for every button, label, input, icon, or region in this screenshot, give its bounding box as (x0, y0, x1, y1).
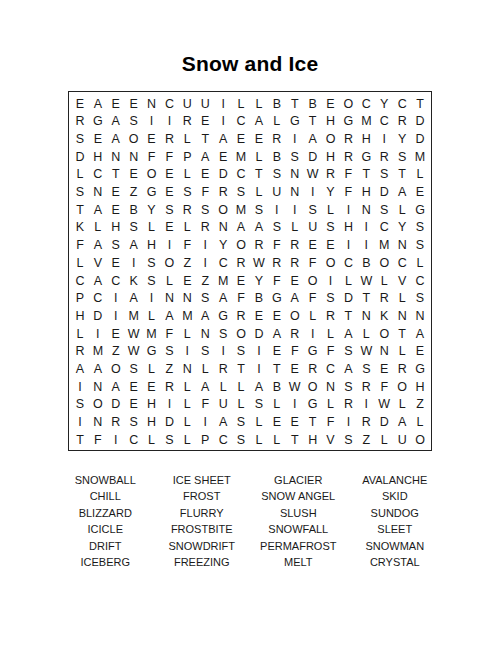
grid-cell-r4c9[interactable]: E (214, 148, 232, 166)
grid-cell-r5c8[interactable]: E (196, 166, 214, 184)
grid-cell-r10c16[interactable]: C (339, 254, 357, 272)
grid-cell-r5c16[interactable]: F (339, 166, 357, 184)
grid-cell-r12c13[interactable]: A (286, 290, 304, 308)
grid-cell-r2c7[interactable]: R (178, 113, 196, 131)
grid-cell-r10c13[interactable]: R (286, 254, 304, 272)
grid-cell-r17c2[interactable]: N (89, 378, 107, 396)
grid-cell-r5c17[interactable]: T (357, 166, 375, 184)
grid-cell-r16c2[interactable]: A (89, 361, 107, 379)
grid-cell-r7c5[interactable]: Y (143, 201, 161, 219)
grid-cell-r15c15[interactable]: F (322, 343, 340, 361)
grid-cell-r19c8[interactable]: I (196, 414, 214, 432)
grid-cell-r6c8[interactable]: F (196, 184, 214, 202)
grid-cell-r14c8[interactable]: N (196, 325, 214, 343)
grid-cell-r18c3[interactable]: D (107, 396, 125, 414)
grid-cell-r4c18[interactable]: R (375, 148, 393, 166)
grid-cell-r11c8[interactable]: Z (196, 272, 214, 290)
grid-cell-r14c1[interactable]: L (71, 325, 89, 343)
grid-cell-r3c10[interactable]: E (232, 130, 250, 148)
grid-cell-r9c20[interactable]: S (411, 237, 429, 255)
grid-cell-r13c5[interactable]: L (143, 307, 161, 325)
grid-cell-r20c16[interactable]: S (339, 431, 357, 449)
grid-cell-r6c19[interactable]: A (393, 184, 411, 202)
grid-cell-r3c17[interactable]: H (357, 130, 375, 148)
grid-cell-r17c12[interactable]: B (268, 378, 286, 396)
grid-cell-r11c15[interactable]: I (322, 272, 340, 290)
grid-cell-r13c19[interactable]: N (393, 307, 411, 325)
grid-cell-r1c8[interactable]: U (196, 95, 214, 113)
grid-cell-r12c20[interactable]: S (411, 290, 429, 308)
grid-cell-r11c11[interactable]: Y (250, 272, 268, 290)
grid-cell-r14c16[interactable]: A (339, 325, 357, 343)
grid-cell-r8c14[interactable]: U (304, 219, 322, 237)
grid-cell-r16c3[interactable]: O (107, 361, 125, 379)
grid-cell-r6c14[interactable]: I (304, 184, 322, 202)
grid-cell-r18c8[interactable]: F (196, 396, 214, 414)
grid-cell-r14c6[interactable]: F (160, 325, 178, 343)
grid-cell-r5c12[interactable]: S (268, 166, 286, 184)
grid-cell-r2c18[interactable]: C (375, 113, 393, 131)
grid-cell-r13c8[interactable]: A (196, 307, 214, 325)
grid-cell-r17c1[interactable]: I (71, 378, 89, 396)
grid-cell-r18c17[interactable]: I (357, 396, 375, 414)
grid-cell-r7c13[interactable]: I (286, 201, 304, 219)
grid-cell-r17c3[interactable]: A (107, 378, 125, 396)
grid-cell-r18c14[interactable]: G (304, 396, 322, 414)
grid-cell-r6c10[interactable]: S (232, 184, 250, 202)
grid-cell-r2c9[interactable]: I (214, 113, 232, 131)
grid-cell-r5c19[interactable]: T (393, 166, 411, 184)
grid-cell-r9c4[interactable]: A (125, 237, 143, 255)
grid-cell-r2c13[interactable]: G (286, 113, 304, 131)
grid-cell-r11c16[interactable]: L (339, 272, 357, 290)
grid-cell-r6c20[interactable]: E (411, 184, 429, 202)
grid-cell-r3c5[interactable]: E (143, 130, 161, 148)
grid-cell-r12c2[interactable]: C (89, 290, 107, 308)
grid-cell-r11c7[interactable]: E (178, 272, 196, 290)
grid-cell-r2c12[interactable]: L (268, 113, 286, 131)
grid-cell-r7c19[interactable]: L (393, 201, 411, 219)
grid-cell-r1c2[interactable]: A (89, 95, 107, 113)
grid-cell-r15c20[interactable]: E (411, 343, 429, 361)
grid-cell-r7c7[interactable]: R (178, 201, 196, 219)
grid-cell-r4c7[interactable]: P (178, 148, 196, 166)
grid-cell-r13c20[interactable]: N (411, 307, 429, 325)
grid-cell-r8c9[interactable]: N (214, 219, 232, 237)
grid-cell-r19c15[interactable]: F (322, 414, 340, 432)
grid-cell-r10c3[interactable]: E (107, 254, 125, 272)
grid-cell-r20c17[interactable]: Z (357, 431, 375, 449)
grid-cell-r10c15[interactable]: O (322, 254, 340, 272)
grid-cell-r1c16[interactable]: O (339, 95, 357, 113)
grid-cell-r17c14[interactable]: O (304, 378, 322, 396)
grid-cell-r19c14[interactable]: T (304, 414, 322, 432)
grid-cell-r14c4[interactable]: W (125, 325, 143, 343)
grid-cell-r14c20[interactable]: A (411, 325, 429, 343)
grid-cell-r9c8[interactable]: I (196, 237, 214, 255)
grid-cell-r2c8[interactable]: E (196, 113, 214, 131)
grid-cell-r17c4[interactable]: E (125, 378, 143, 396)
grid-cell-r6c1[interactable]: S (71, 184, 89, 202)
grid-cell-r12c17[interactable]: T (357, 290, 375, 308)
grid-cell-r12c6[interactable]: N (160, 290, 178, 308)
grid-cell-r8c13[interactable]: L (286, 219, 304, 237)
grid-cell-r18c19[interactable]: L (393, 396, 411, 414)
grid-cell-r6c9[interactable]: R (214, 184, 232, 202)
grid-cell-r10c19[interactable]: C (393, 254, 411, 272)
grid-cell-r15c7[interactable]: I (178, 343, 196, 361)
grid-cell-r5c10[interactable]: C (232, 166, 250, 184)
grid-cell-r13c14[interactable]: L (304, 307, 322, 325)
grid-cell-r19c19[interactable]: A (393, 414, 411, 432)
grid-cell-r11c13[interactable]: E (286, 272, 304, 290)
grid-cell-r7c2[interactable]: A (89, 201, 107, 219)
grid-cell-r7c12[interactable]: I (268, 201, 286, 219)
grid-cell-r13c4[interactable]: M (125, 307, 143, 325)
grid-cell-r5c7[interactable]: L (178, 166, 196, 184)
grid-cell-r6c5[interactable]: G (143, 184, 161, 202)
grid-cell-r9c5[interactable]: H (143, 237, 161, 255)
grid-cell-r7c18[interactable]: S (375, 201, 393, 219)
grid-cell-r16c18[interactable]: E (375, 361, 393, 379)
grid-cell-r6c12[interactable]: U (268, 184, 286, 202)
grid-cell-r1c9[interactable]: I (214, 95, 232, 113)
grid-cell-r8c8[interactable]: R (196, 219, 214, 237)
grid-cell-r5c3[interactable]: T (107, 166, 125, 184)
grid-cell-r16c7[interactable]: N (178, 361, 196, 379)
grid-cell-r15c11[interactable]: I (250, 343, 268, 361)
grid-cell-r1c13[interactable]: T (286, 95, 304, 113)
grid-cell-r9c6[interactable]: I (160, 237, 178, 255)
grid-cell-r15c5[interactable]: G (143, 343, 161, 361)
grid-cell-r12c10[interactable]: F (232, 290, 250, 308)
grid-cell-r20c18[interactable]: L (375, 431, 393, 449)
grid-cell-r5c1[interactable]: L (71, 166, 89, 184)
grid-cell-r16c15[interactable]: C (322, 361, 340, 379)
grid-cell-r14c9[interactable]: S (214, 325, 232, 343)
grid-cell-r14c18[interactable]: O (375, 325, 393, 343)
grid-cell-r20c20[interactable]: O (411, 431, 429, 449)
grid-cell-r15c13[interactable]: F (286, 343, 304, 361)
grid-cell-r12c4[interactable]: A (125, 290, 143, 308)
grid-cell-r6c6[interactable]: E (160, 184, 178, 202)
grid-cell-r8c20[interactable]: S (411, 219, 429, 237)
grid-cell-r3c13[interactable]: I (286, 130, 304, 148)
grid-cell-r17c8[interactable]: A (196, 378, 214, 396)
grid-cell-r7c9[interactable]: O (214, 201, 232, 219)
grid-cell-r16c17[interactable]: S (357, 361, 375, 379)
grid-cell-r20c8[interactable]: P (196, 431, 214, 449)
grid-cell-r16c20[interactable]: G (411, 361, 429, 379)
grid-cell-r12c5[interactable]: I (143, 290, 161, 308)
grid-cell-r2c2[interactable]: G (89, 113, 107, 131)
grid-cell-r1c7[interactable]: U (178, 95, 196, 113)
grid-cell-r9c16[interactable]: I (339, 237, 357, 255)
grid-cell-r2c19[interactable]: R (393, 113, 411, 131)
grid-cell-r10c1[interactable]: L (71, 254, 89, 272)
grid-cell-r18c10[interactable]: L (232, 396, 250, 414)
grid-cell-r8c16[interactable]: H (339, 219, 357, 237)
grid-cell-r17c15[interactable]: N (322, 378, 340, 396)
grid-cell-r9c19[interactable]: N (393, 237, 411, 255)
grid-cell-r19c3[interactable]: R (107, 414, 125, 432)
grid-cell-r17c6[interactable]: R (160, 378, 178, 396)
grid-cell-r14c13[interactable]: R (286, 325, 304, 343)
grid-cell-r13c10[interactable]: R (232, 307, 250, 325)
grid-cell-r4c17[interactable]: G (357, 148, 375, 166)
grid-cell-r5c11[interactable]: T (250, 166, 268, 184)
grid-cell-r19c1[interactable]: I (71, 414, 89, 432)
grid-cell-r1c11[interactable]: L (250, 95, 268, 113)
grid-cell-r16c19[interactable]: R (393, 361, 411, 379)
grid-cell-r16c11[interactable]: I (250, 361, 268, 379)
grid-cell-r8c17[interactable]: I (357, 219, 375, 237)
grid-cell-r11c12[interactable]: F (268, 272, 286, 290)
grid-cell-r10c12[interactable]: R (268, 254, 286, 272)
grid-cell-r11c10[interactable]: E (232, 272, 250, 290)
grid-cell-r1c1[interactable]: E (71, 95, 89, 113)
grid-cell-r18c16[interactable]: R (339, 396, 357, 414)
grid-cell-r19c6[interactable]: D (160, 414, 178, 432)
grid-cell-r3c3[interactable]: A (107, 130, 125, 148)
grid-cell-r11c20[interactable]: C (411, 272, 429, 290)
grid-cell-r14c5[interactable]: M (143, 325, 161, 343)
grid-cell-r9c18[interactable]: M (375, 237, 393, 255)
grid-cell-r7c20[interactable]: G (411, 201, 429, 219)
grid-cell-r5c20[interactable]: L (411, 166, 429, 184)
grid-cell-r1c10[interactable]: L (232, 95, 250, 113)
grid-cell-r1c19[interactable]: C (393, 95, 411, 113)
grid-cell-r13c2[interactable]: D (89, 307, 107, 325)
grid-cell-r19c9[interactable]: A (214, 414, 232, 432)
grid-cell-r15c19[interactable]: L (393, 343, 411, 361)
grid-cell-r13c12[interactable]: E (268, 307, 286, 325)
grid-cell-r12c8[interactable]: S (196, 290, 214, 308)
grid-cell-r2c6[interactable]: I (160, 113, 178, 131)
grid-cell-r4c19[interactable]: S (393, 148, 411, 166)
grid-cell-r16c9[interactable]: R (214, 361, 232, 379)
grid-cell-r20c4[interactable]: C (125, 431, 143, 449)
grid-cell-r5c6[interactable]: E (160, 166, 178, 184)
grid-cell-r13c1[interactable]: H (71, 307, 89, 325)
grid-cell-r17c17[interactable]: R (357, 378, 375, 396)
grid-cell-r6c15[interactable]: Y (322, 184, 340, 202)
grid-cell-r14c14[interactable]: I (304, 325, 322, 343)
grid-cell-r15c3[interactable]: Z (107, 343, 125, 361)
grid-cell-r1c15[interactable]: E (322, 95, 340, 113)
grid-cell-r19c10[interactable]: S (232, 414, 250, 432)
grid-cell-r2c5[interactable]: I (143, 113, 161, 131)
grid-cell-r9c14[interactable]: E (304, 237, 322, 255)
grid-cell-r15c10[interactable]: S (232, 343, 250, 361)
grid-cell-r6c18[interactable]: D (375, 184, 393, 202)
grid-cell-r6c13[interactable]: N (286, 184, 304, 202)
grid-cell-r2c4[interactable]: S (125, 113, 143, 131)
grid-cell-r9c12[interactable]: F (268, 237, 286, 255)
grid-cell-r8c4[interactable]: S (125, 219, 143, 237)
grid-cell-r6c16[interactable]: F (339, 184, 357, 202)
grid-cell-r3c11[interactable]: E (250, 130, 268, 148)
grid-cell-r20c1[interactable]: T (71, 431, 89, 449)
grid-cell-r17c19[interactable]: O (393, 378, 411, 396)
grid-cell-r19c7[interactable]: L (178, 414, 196, 432)
grid-cell-r4c14[interactable]: D (304, 148, 322, 166)
grid-cell-r12c16[interactable]: D (339, 290, 357, 308)
grid-cell-r1c12[interactable]: B (268, 95, 286, 113)
grid-cell-r17c7[interactable]: L (178, 378, 196, 396)
grid-cell-r18c2[interactable]: O (89, 396, 107, 414)
grid-cell-r4c8[interactable]: A (196, 148, 214, 166)
grid-cell-r6c2[interactable]: N (89, 184, 107, 202)
grid-cell-r4c5[interactable]: F (143, 148, 161, 166)
grid-cell-r20c7[interactable]: L (178, 431, 196, 449)
grid-cell-r17c18[interactable]: F (375, 378, 393, 396)
grid-cell-r20c2[interactable]: F (89, 431, 107, 449)
grid-cell-r13c6[interactable]: A (160, 307, 178, 325)
grid-cell-r15c2[interactable]: M (89, 343, 107, 361)
grid-cell-r14c15[interactable]: L (322, 325, 340, 343)
grid-cell-r11c5[interactable]: S (143, 272, 161, 290)
grid-cell-r13c15[interactable]: R (322, 307, 340, 325)
grid-cell-r4c1[interactable]: D (71, 148, 89, 166)
grid-cell-r7c16[interactable]: I (339, 201, 357, 219)
grid-cell-r5c13[interactable]: N (286, 166, 304, 184)
grid-cell-r3c1[interactable]: S (71, 130, 89, 148)
grid-cell-r14c7[interactable]: L (178, 325, 196, 343)
grid-cell-r3c4[interactable]: O (125, 130, 143, 148)
grid-cell-r19c20[interactable]: L (411, 414, 429, 432)
grid-cell-r7c17[interactable]: N (357, 201, 375, 219)
grid-cell-r19c13[interactable]: E (286, 414, 304, 432)
grid-cell-r10c7[interactable]: Z (178, 254, 196, 272)
grid-cell-r9c11[interactable]: R (250, 237, 268, 255)
grid-cell-r11c17[interactable]: W (357, 272, 375, 290)
grid-cell-r9c2[interactable]: A (89, 237, 107, 255)
grid-cell-r3c20[interactable]: D (411, 130, 429, 148)
grid-cell-r17c20[interactable]: H (411, 378, 429, 396)
grid-cell-r8c11[interactable]: A (250, 219, 268, 237)
grid-cell-r4c10[interactable]: M (232, 148, 250, 166)
grid-cell-r16c4[interactable]: S (125, 361, 143, 379)
grid-cell-r16c5[interactable]: L (143, 361, 161, 379)
grid-cell-r18c13[interactable]: I (286, 396, 304, 414)
grid-cell-r11c9[interactable]: M (214, 272, 232, 290)
grid-cell-r1c3[interactable]: E (107, 95, 125, 113)
grid-cell-r16c1[interactable]: A (71, 361, 89, 379)
grid-cell-r7c3[interactable]: E (107, 201, 125, 219)
grid-cell-r20c19[interactable]: U (393, 431, 411, 449)
grid-cell-r4c16[interactable]: R (339, 148, 357, 166)
grid-cell-r18c4[interactable]: E (125, 396, 143, 414)
grid-cell-r11c3[interactable]: C (107, 272, 125, 290)
grid-cell-r12c15[interactable]: S (322, 290, 340, 308)
grid-cell-r18c12[interactable]: L (268, 396, 286, 414)
grid-cell-r19c17[interactable]: R (357, 414, 375, 432)
grid-cell-r14c12[interactable]: A (268, 325, 286, 343)
grid-cell-r4c3[interactable]: N (107, 148, 125, 166)
grid-cell-r4c6[interactable]: F (160, 148, 178, 166)
grid-cell-r15c16[interactable]: S (339, 343, 357, 361)
grid-cell-r8c3[interactable]: H (107, 219, 125, 237)
grid-cell-r19c11[interactable]: L (250, 414, 268, 432)
grid-cell-r6c7[interactable]: S (178, 184, 196, 202)
grid-cell-r4c13[interactable]: S (286, 148, 304, 166)
grid-cell-r7c14[interactable]: S (304, 201, 322, 219)
grid-cell-r7c10[interactable]: M (232, 201, 250, 219)
grid-cell-r9c7[interactable]: F (178, 237, 196, 255)
grid-cell-r19c5[interactable]: H (143, 414, 161, 432)
grid-cell-r20c9[interactable]: C (214, 431, 232, 449)
grid-cell-r5c4[interactable]: E (125, 166, 143, 184)
grid-cell-r15c6[interactable]: S (160, 343, 178, 361)
grid-cell-r13c13[interactable]: O (286, 307, 304, 325)
grid-cell-r16c10[interactable]: T (232, 361, 250, 379)
grid-cell-r10c4[interactable]: I (125, 254, 143, 272)
grid-cell-r15c8[interactable]: S (196, 343, 214, 361)
grid-cell-r18c7[interactable]: L (178, 396, 196, 414)
grid-cell-r16c16[interactable]: A (339, 361, 357, 379)
grid-cell-r1c20[interactable]: T (411, 95, 429, 113)
grid-cell-r20c10[interactable]: S (232, 431, 250, 449)
grid-cell-r10c10[interactable]: R (232, 254, 250, 272)
grid-cell-r19c18[interactable]: D (375, 414, 393, 432)
grid-cell-r5c9[interactable]: D (214, 166, 232, 184)
grid-cell-r14c17[interactable]: L (357, 325, 375, 343)
grid-cell-r10c17[interactable]: B (357, 254, 375, 272)
grid-cell-r5c2[interactable]: C (89, 166, 107, 184)
grid-cell-r4c11[interactable]: L (250, 148, 268, 166)
grid-cell-r3c15[interactable]: O (322, 130, 340, 148)
grid-cell-r7c11[interactable]: S (250, 201, 268, 219)
grid-cell-r8c2[interactable]: L (89, 219, 107, 237)
grid-cell-r2c14[interactable]: T (304, 113, 322, 131)
grid-cell-r12c9[interactable]: A (214, 290, 232, 308)
grid-cell-r5c15[interactable]: R (322, 166, 340, 184)
grid-cell-r1c6[interactable]: C (160, 95, 178, 113)
grid-cell-r3c16[interactable]: R (339, 130, 357, 148)
grid-cell-r9c17[interactable]: I (357, 237, 375, 255)
grid-cell-r3c12[interactable]: R (268, 130, 286, 148)
grid-cell-r14c10[interactable]: O (232, 325, 250, 343)
grid-cell-r4c20[interactable]: M (411, 148, 429, 166)
grid-cell-r18c18[interactable]: W (375, 396, 393, 414)
grid-cell-r3c8[interactable]: T (196, 130, 214, 148)
grid-cell-r3c14[interactable]: A (304, 130, 322, 148)
grid-cell-r8c6[interactable]: E (160, 219, 178, 237)
grid-cell-r2c16[interactable]: G (339, 113, 357, 131)
grid-cell-r10c9[interactable]: C (214, 254, 232, 272)
grid-cell-r17c10[interactable]: L (232, 378, 250, 396)
grid-cell-r20c14[interactable]: H (304, 431, 322, 449)
grid-cell-r10c18[interactable]: O (375, 254, 393, 272)
grid-cell-r16c14[interactable]: R (304, 361, 322, 379)
grid-cell-r12c1[interactable]: P (71, 290, 89, 308)
grid-cell-r2c10[interactable]: C (232, 113, 250, 131)
grid-cell-r14c19[interactable]: T (393, 325, 411, 343)
grid-cell-r13c9[interactable]: G (214, 307, 232, 325)
grid-cell-r8c15[interactable]: S (322, 219, 340, 237)
grid-cell-r19c2[interactable]: N (89, 414, 107, 432)
grid-cell-r8c18[interactable]: C (375, 219, 393, 237)
grid-cell-r4c15[interactable]: H (322, 148, 340, 166)
grid-cell-r7c1[interactable]: T (71, 201, 89, 219)
grid-cell-r8c1[interactable]: K (71, 219, 89, 237)
grid-cell-r10c8[interactable]: I (196, 254, 214, 272)
grid-cell-r17c5[interactable]: E (143, 378, 161, 396)
grid-cell-r16c8[interactable]: L (196, 361, 214, 379)
grid-cell-r15c14[interactable]: G (304, 343, 322, 361)
grid-cell-r9c15[interactable]: E (322, 237, 340, 255)
